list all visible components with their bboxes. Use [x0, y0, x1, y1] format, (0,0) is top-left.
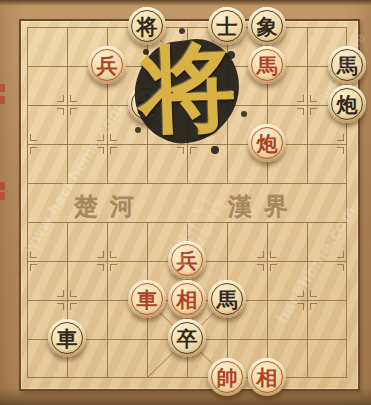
- piece-black-elephant[interactable]: 象: [248, 7, 286, 45]
- piece-black-general[interactable]: 将: [128, 7, 166, 45]
- piece-black-soldier[interactable]: 卒: [168, 319, 206, 357]
- point-marker: [97, 251, 117, 271]
- watermark-fragment: [0, 96, 5, 104]
- piece-red-horse[interactable]: 馬: [248, 46, 286, 84]
- point-marker: [177, 134, 197, 154]
- piece-red-elephant[interactable]: 相: [248, 358, 286, 396]
- river-label-left: 楚河: [58, 191, 162, 223]
- point-marker: [57, 95, 77, 115]
- piece-character: 相: [257, 367, 278, 388]
- piece-character: 兵: [97, 55, 118, 76]
- point-marker: [337, 251, 357, 271]
- piece-character: 帥: [217, 367, 238, 388]
- piece-character: 馬: [217, 289, 238, 310]
- piece-black-advisor[interactable]: 士: [128, 85, 166, 123]
- watermark-fragment: [0, 192, 5, 200]
- piece-character: 将: [137, 16, 158, 37]
- piece-character: 士: [137, 94, 158, 115]
- point-marker: [257, 251, 277, 271]
- piece-red-general[interactable]: 帥: [208, 358, 246, 396]
- point-marker: [297, 290, 317, 310]
- piece-black-horse[interactable]: 馬: [328, 46, 366, 84]
- piece-character: 象: [257, 16, 278, 37]
- piece-character: 車: [57, 328, 78, 349]
- piece-character: 兵: [177, 250, 198, 271]
- piece-red-soldier[interactable]: 兵: [168, 241, 206, 279]
- point-marker: [97, 134, 117, 154]
- river-label-right: 漢界: [212, 191, 316, 223]
- piece-character: 卒: [177, 328, 198, 349]
- piece-character: 相: [177, 289, 198, 310]
- watermark-fragment: [0, 84, 5, 92]
- point-marker: [17, 134, 37, 154]
- piece-red-elephant[interactable]: 相: [168, 280, 206, 318]
- board-cell: [187, 66, 227, 105]
- piece-character: 士: [217, 16, 238, 37]
- piece-black-horse[interactable]: 馬: [208, 280, 246, 318]
- point-marker: [337, 134, 357, 154]
- piece-character: 炮: [257, 133, 278, 154]
- piece-red-cannon[interactable]: 炮: [248, 124, 286, 162]
- piece-character: 馬: [257, 55, 278, 76]
- point-marker: [297, 95, 317, 115]
- piece-red-chariot[interactable]: 車: [128, 280, 166, 318]
- board-cell: [107, 339, 147, 378]
- piece-character: 炮: [337, 94, 358, 115]
- piece-character: 車: [137, 289, 158, 310]
- board-cell: [307, 339, 347, 378]
- piece-black-chariot[interactable]: 車: [48, 319, 86, 357]
- piece-black-advisor[interactable]: 士: [208, 7, 246, 45]
- piece-black-cannon[interactable]: 炮: [328, 85, 366, 123]
- point-marker: [57, 290, 77, 310]
- piece-character: 馬: [337, 55, 358, 76]
- watermark-fragment: [0, 182, 5, 190]
- board-cell: [27, 27, 67, 66]
- point-marker: [17, 251, 37, 271]
- xiangqi-game-screen: 楚河 漢界 将士象兵馬馬士炮炮兵車相馬車卒帥相 将 www.hackhome.c…: [0, 0, 371, 405]
- piece-red-soldier[interactable]: 兵: [88, 46, 126, 84]
